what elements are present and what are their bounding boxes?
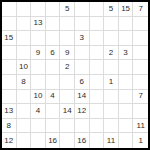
cell-r7c4[interactable]: 4 bbox=[46, 90, 61, 105]
cell-r1c8[interactable]: 5 bbox=[104, 2, 119, 17]
cell-r6c10[interactable] bbox=[133, 75, 148, 90]
cell-r6c2[interactable]: 8 bbox=[17, 75, 32, 90]
cell-r3c5[interactable] bbox=[60, 31, 75, 46]
cell-r3c7[interactable] bbox=[90, 31, 105, 46]
cell-r8c3[interactable]: 4 bbox=[31, 104, 46, 119]
cell-r7c1[interactable] bbox=[2, 90, 17, 105]
cell-r6c5[interactable] bbox=[60, 75, 75, 90]
cell-r3c10[interactable] bbox=[133, 31, 148, 46]
cell-r3c6[interactable]: 3 bbox=[75, 31, 90, 46]
cell-r2c6[interactable] bbox=[75, 17, 90, 32]
cell-r9c9[interactable] bbox=[119, 119, 134, 134]
cell-r2c8[interactable] bbox=[104, 17, 119, 32]
cell-r6c9[interactable] bbox=[119, 75, 134, 90]
cell-r5c3[interactable] bbox=[31, 60, 46, 75]
cell-r7c5[interactable] bbox=[60, 90, 75, 105]
cell-r1c2[interactable] bbox=[17, 2, 32, 17]
cell-r5c8[interactable] bbox=[104, 60, 119, 75]
cell-r8c7[interactable] bbox=[90, 104, 105, 119]
cell-r10c3[interactable] bbox=[31, 133, 46, 148]
cell-r1c5[interactable]: 5 bbox=[60, 2, 75, 17]
cell-r5c6[interactable] bbox=[75, 60, 90, 75]
cell-r3c2[interactable] bbox=[17, 31, 32, 46]
cell-r4c3[interactable]: 9 bbox=[31, 46, 46, 61]
cell-r8c4[interactable] bbox=[46, 104, 61, 119]
cell-r8c10[interactable] bbox=[133, 104, 148, 119]
cell-r2c5[interactable] bbox=[60, 17, 75, 32]
cell-r2c2[interactable] bbox=[17, 17, 32, 32]
cell-r9c10[interactable]: 11 bbox=[133, 119, 148, 134]
cell-r10c2[interactable] bbox=[17, 133, 32, 148]
cell-r9c5[interactable] bbox=[60, 119, 75, 134]
cell-r2c10[interactable] bbox=[133, 17, 148, 32]
cell-r8c2[interactable] bbox=[17, 104, 32, 119]
cell-r8c8[interactable] bbox=[104, 104, 119, 119]
cell-r5c10[interactable] bbox=[133, 60, 148, 75]
cell-r10c6[interactable]: 16 bbox=[75, 133, 90, 148]
cell-r8c6[interactable]: 12 bbox=[75, 104, 90, 119]
cell-r5c7[interactable] bbox=[90, 60, 105, 75]
cell-r10c10[interactable]: 1 bbox=[133, 133, 148, 148]
cell-r10c7[interactable] bbox=[90, 133, 105, 148]
cell-r4c10[interactable] bbox=[133, 46, 148, 61]
cell-r5c2[interactable]: 10 bbox=[17, 60, 32, 75]
cell-r8c1[interactable]: 13 bbox=[2, 104, 17, 119]
cell-r10c1[interactable]: 12 bbox=[2, 133, 17, 148]
cell-r10c5[interactable] bbox=[60, 133, 75, 148]
cell-r6c8[interactable]: 1 bbox=[104, 75, 119, 90]
cell-r4c7[interactable] bbox=[90, 46, 105, 61]
cell-r4c8[interactable]: 2 bbox=[104, 46, 119, 61]
cell-r9c8[interactable] bbox=[104, 119, 119, 134]
cell-r10c4[interactable]: 16 bbox=[46, 133, 61, 148]
cell-r7c8[interactable] bbox=[104, 90, 119, 105]
cell-r7c9[interactable] bbox=[119, 90, 134, 105]
cell-r2c9[interactable] bbox=[119, 17, 134, 32]
cell-r5c1[interactable] bbox=[2, 60, 17, 75]
cell-r4c1[interactable] bbox=[2, 46, 17, 61]
cell-r7c7[interactable] bbox=[90, 90, 105, 105]
cell-r6c4[interactable] bbox=[46, 75, 61, 90]
cell-r4c9[interactable]: 3 bbox=[119, 46, 134, 61]
cell-r9c1[interactable]: 8 bbox=[2, 119, 17, 134]
cell-r10c8[interactable]: 11 bbox=[104, 133, 119, 148]
cell-r10c9[interactable] bbox=[119, 133, 134, 148]
puzzle-board: 5515713153969231028611041471341412811121… bbox=[0, 0, 150, 150]
cell-r5c9[interactable] bbox=[119, 60, 134, 75]
cell-r9c6[interactable] bbox=[75, 119, 90, 134]
cell-r3c9[interactable] bbox=[119, 31, 134, 46]
cell-r1c7[interactable] bbox=[90, 2, 105, 17]
cell-r9c7[interactable] bbox=[90, 119, 105, 134]
cell-r7c6[interactable]: 14 bbox=[75, 90, 90, 105]
cell-r6c7[interactable] bbox=[90, 75, 105, 90]
cell-r1c1[interactable] bbox=[2, 2, 17, 17]
cell-r9c3[interactable] bbox=[31, 119, 46, 134]
cell-r6c1[interactable] bbox=[2, 75, 17, 90]
cell-r9c2[interactable] bbox=[17, 119, 32, 134]
cell-r1c6[interactable] bbox=[75, 2, 90, 17]
cell-r4c4[interactable]: 6 bbox=[46, 46, 61, 61]
cell-r4c5[interactable]: 9 bbox=[60, 46, 75, 61]
cell-r3c1[interactable]: 15 bbox=[2, 31, 17, 46]
cell-r4c6[interactable] bbox=[75, 46, 90, 61]
cell-r5c5[interactable]: 2 bbox=[60, 60, 75, 75]
cell-r2c4[interactable] bbox=[46, 17, 61, 32]
cell-r1c10[interactable]: 7 bbox=[133, 2, 148, 17]
cell-r6c6[interactable]: 6 bbox=[75, 75, 90, 90]
cell-r7c3[interactable]: 10 bbox=[31, 90, 46, 105]
cell-r3c8[interactable] bbox=[104, 31, 119, 46]
cell-r1c4[interactable] bbox=[46, 2, 61, 17]
cell-r2c3[interactable]: 13 bbox=[31, 17, 46, 32]
cell-r2c1[interactable] bbox=[2, 17, 17, 32]
cell-r8c5[interactable]: 14 bbox=[60, 104, 75, 119]
cell-r5c4[interactable] bbox=[46, 60, 61, 75]
cell-r8c9[interactable] bbox=[119, 104, 134, 119]
cell-r7c2[interactable] bbox=[17, 90, 32, 105]
cell-r2c7[interactable] bbox=[90, 17, 105, 32]
cell-r4c2[interactable] bbox=[17, 46, 32, 61]
cell-r3c3[interactable] bbox=[31, 31, 46, 46]
cell-r3c4[interactable] bbox=[46, 31, 61, 46]
cell-r1c9[interactable]: 15 bbox=[119, 2, 134, 17]
cell-r7c10[interactable]: 7 bbox=[133, 90, 148, 105]
cell-r6c3[interactable] bbox=[31, 75, 46, 90]
cell-r9c4[interactable] bbox=[46, 119, 61, 134]
cell-r1c3[interactable] bbox=[31, 2, 46, 17]
